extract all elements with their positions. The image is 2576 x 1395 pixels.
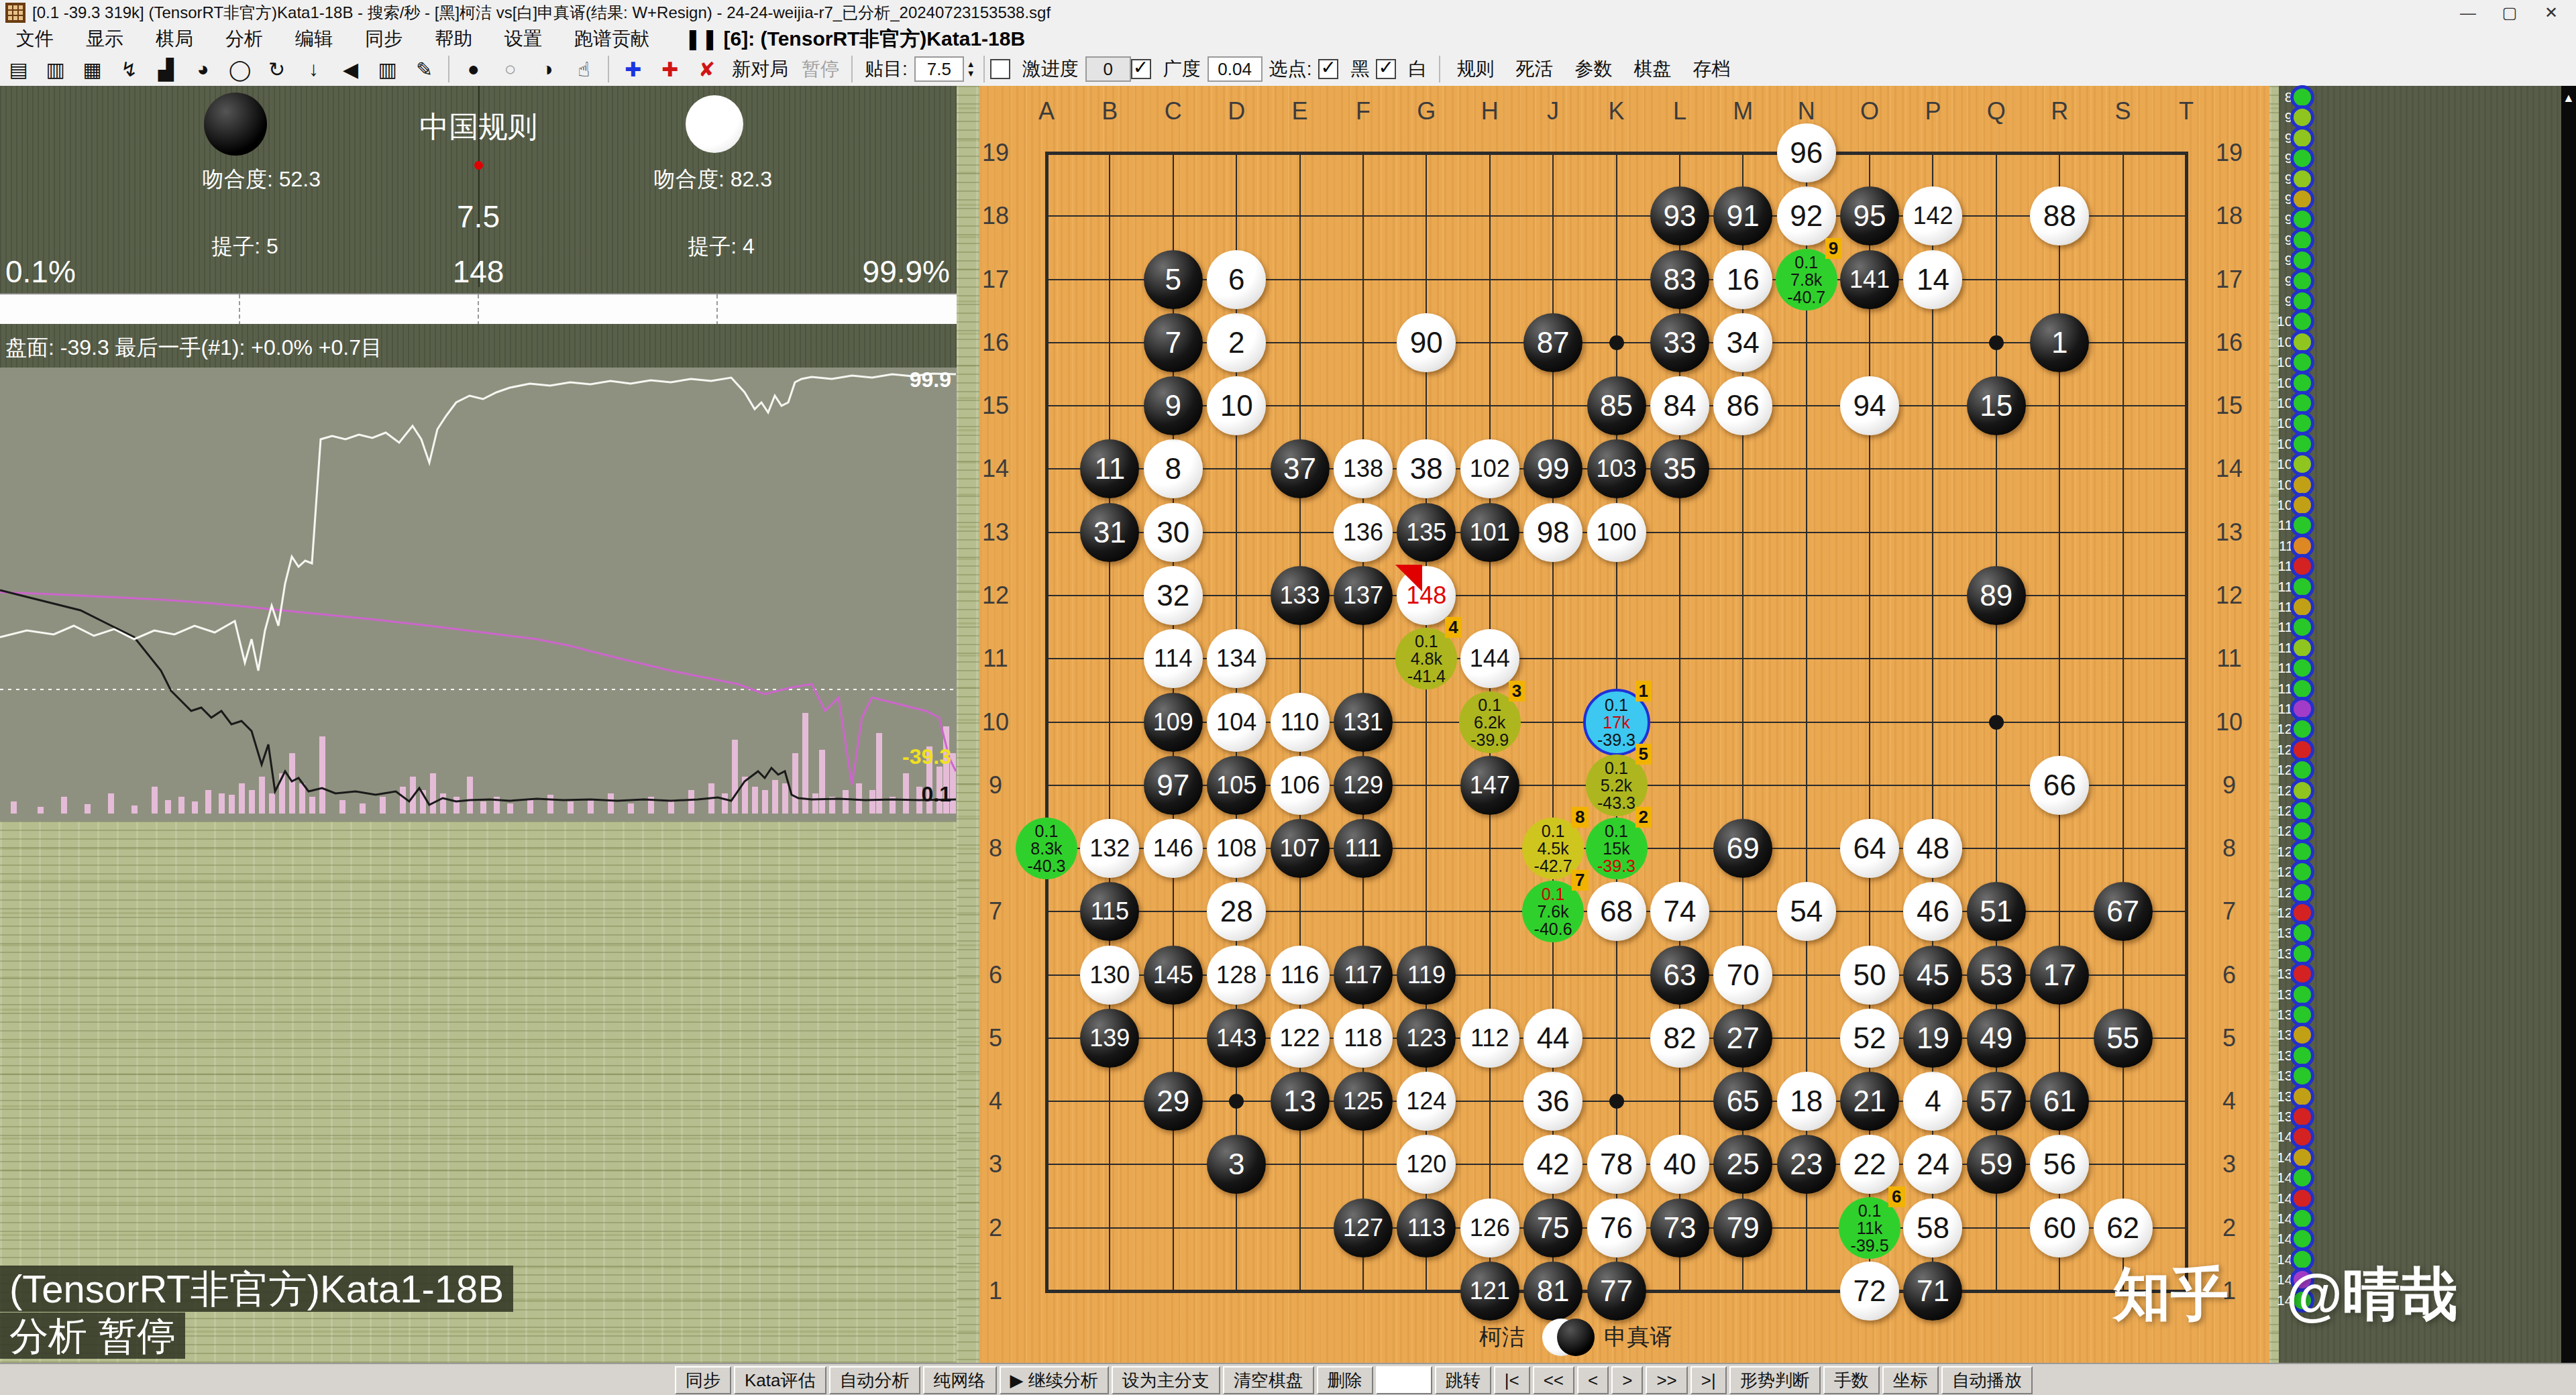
black-stone: 29: [1144, 1072, 1203, 1131]
hint-black-checkbox[interactable]: [1318, 59, 1338, 79]
black-stone: 25: [1713, 1135, 1772, 1194]
move-number: 104: [1216, 708, 1256, 736]
move-number: 52: [1854, 1021, 1886, 1055]
candidate-rank-tag: 2: [1635, 807, 1652, 828]
stone-shaded-icon[interactable]: ◕: [184, 58, 221, 80]
move-number: 105: [1216, 771, 1256, 799]
black-stone: 99: [1523, 439, 1582, 498]
move-number: 102: [1470, 455, 1510, 483]
move-number: 126: [1470, 1214, 1510, 1242]
current-move-number: 148: [453, 254, 504, 290]
white-stone: 18: [1777, 1072, 1836, 1131]
new-file-icon[interactable]: ▤: [0, 58, 37, 81]
scroll-up-icon[interactable]: ▲: [2561, 91, 2576, 105]
candidate-stat: 0.1: [1858, 1202, 1882, 1219]
move-number: 143: [1216, 1024, 1256, 1052]
move-number: 117: [1344, 961, 1382, 989]
row-label-left: 16: [982, 329, 1009, 357]
move-number: 72: [1854, 1274, 1886, 1308]
move-number: 86: [1727, 389, 1760, 423]
candidate-stat: 0.1: [1794, 254, 1818, 271]
white-stone: 36: [1523, 1072, 1582, 1131]
black-stone: 77: [1587, 1262, 1646, 1321]
grid-line: [2123, 152, 2124, 1293]
pause-button[interactable]: 暂停: [802, 56, 839, 82]
blue-cross-icon[interactable]: ✚: [614, 58, 651, 81]
black-stone: 73: [1650, 1198, 1709, 1258]
black-stone: 33: [1650, 313, 1709, 372]
rules-title: 中国规则: [419, 107, 537, 147]
watermark-author: @晴哉: [2286, 1255, 2458, 1334]
move-number: 99: [1537, 452, 1570, 486]
grid-line: [2185, 152, 2188, 1293]
move-number: 136: [1343, 518, 1383, 547]
move-number: 32: [1157, 579, 1189, 612]
row-label-left: 17: [982, 266, 1009, 294]
white-stone: 98: [1523, 503, 1582, 562]
row-label-left: 13: [982, 518, 1009, 547]
move-number: 22: [1854, 1148, 1886, 1181]
move-number: 29: [1157, 1084, 1189, 1118]
half-stone-icon[interactable]: ◑: [529, 58, 566, 80]
black-stone: 129: [1334, 756, 1393, 815]
row-label-left: 10: [982, 708, 1009, 736]
white-stone: 64: [1840, 819, 1899, 878]
black-stone: 57: [1967, 1072, 2026, 1131]
candidate-stat: -42.7: [1534, 857, 1572, 875]
candidate-stat: -39.3: [1597, 731, 1635, 748]
tree-right-strip: ▲: [2561, 86, 2576, 1395]
candidate-stat: -39.3: [1597, 857, 1635, 875]
menu-item-显示[interactable]: 显示: [70, 28, 140, 49]
black-stone: 67: [2094, 882, 2153, 941]
app-icon: [5, 3, 25, 23]
move-number: 28: [1220, 895, 1253, 928]
row-label-right: 6: [2222, 961, 2236, 989]
window-controls: — ▢ ✕: [2447, 0, 2572, 25]
white-stone: 78: [1587, 1135, 1646, 1194]
row-label-left: 12: [982, 581, 1009, 610]
column-label: M: [1733, 97, 1753, 125]
black-stone: 131: [1334, 693, 1393, 752]
candidate-stat: 8.3k: [1030, 840, 1062, 857]
move-number: 115: [1091, 897, 1129, 926]
move-number: 50: [1854, 958, 1886, 992]
white-player-name: 申真谞: [1604, 1322, 1672, 1353]
toolbar-link-规则[interactable]: 规则: [1456, 56, 1494, 82]
menu-item-设置[interactable]: 设置: [488, 28, 558, 49]
move-number: 100: [1596, 518, 1636, 547]
black-stone: 111: [1334, 819, 1393, 878]
row-label-right: 15: [2216, 392, 2243, 420]
white-stone: 60: [2030, 1198, 2089, 1258]
move-number: 3: [1228, 1148, 1244, 1181]
move-number: 56: [2043, 1148, 2076, 1181]
bottom-button-<[interactable]: <: [1577, 1366, 1609, 1394]
move-number: 103: [1596, 455, 1636, 483]
candidate-stat: 7.6k: [1537, 903, 1568, 920]
panel-gap-texture: [957, 86, 979, 1395]
winrate-graph[interactable]: 99.9 -39.3 0.1: [0, 368, 957, 822]
breadth-input[interactable]: 0.04: [1207, 56, 1263, 82]
move-number: 59: [1980, 1148, 2012, 1181]
white-stone: 102: [1460, 439, 1519, 498]
toolbar-link-参数[interactable]: 参数: [1574, 56, 1612, 82]
black-stone: 17: [2030, 946, 2089, 1005]
move-number: 96: [1790, 136, 1823, 170]
menu-item-跑谱贡献[interactable]: 跑谱贡献: [558, 28, 665, 49]
move-number: 106: [1280, 771, 1320, 799]
move-number: 25: [1727, 1148, 1760, 1181]
black-stone: 13: [1271, 1072, 1330, 1131]
move-slider[interactable]: [0, 293, 957, 325]
maximize-button[interactable]: ▢: [2489, 0, 2530, 25]
black-stone: 45: [1903, 946, 1962, 1005]
move-number: 36: [1537, 1084, 1570, 1118]
black-stone: 1: [2030, 313, 2089, 372]
move-number: 67: [2106, 895, 2139, 928]
move-number: 87: [1537, 326, 1570, 359]
white-stone: 110: [1271, 693, 1330, 752]
move-number: 146: [1153, 834, 1193, 862]
row-label-right: 11: [2216, 645, 2241, 673]
breadth-checkbox[interactable]: [1131, 59, 1151, 79]
move-number: 14: [1917, 263, 1949, 296]
menu-item-同步[interactable]: 同步: [349, 28, 419, 49]
white-stone: 58: [1903, 1198, 1962, 1258]
red-x-icon[interactable]: ✘: [688, 58, 725, 81]
row-label-left: 1: [989, 1277, 1002, 1305]
jump-move-input[interactable]: [1376, 1366, 1432, 1394]
black-stone: 97: [1144, 756, 1203, 815]
black-stone: 37: [1271, 439, 1330, 498]
black-stone: 89: [1967, 566, 2026, 625]
menu-item-编辑[interactable]: 编辑: [279, 28, 349, 49]
column-label: C: [1165, 97, 1182, 125]
row-label-right: 19: [2216, 139, 2243, 167]
bottom-button-坐标[interactable]: 坐标: [1882, 1366, 1939, 1394]
move-number: 58: [1917, 1211, 1949, 1245]
white-stone: 68: [1587, 882, 1646, 941]
bottom-button-▶ 继续分析[interactable]: ▶ 继续分析: [1000, 1366, 1109, 1394]
white-winrate: 99.9%: [863, 254, 950, 290]
bottom-button-跳转[interactable]: 跳转: [1435, 1366, 1491, 1394]
row-label-right: 10: [2216, 708, 2243, 736]
column-label: E: [1292, 97, 1308, 125]
bottom-button-设为主分支[interactable]: 设为主分支: [1112, 1366, 1220, 1394]
column-label: G: [1417, 97, 1436, 125]
column-label: T: [2179, 97, 2194, 125]
candidate-stat: 15k: [1603, 840, 1629, 857]
move-number: 42: [1537, 1148, 1570, 1181]
chart-icon[interactable]: ▟: [148, 58, 184, 81]
move-number: 95: [1854, 199, 1886, 233]
white-stone: 128: [1207, 946, 1266, 1005]
move-number: 5: [1165, 263, 1181, 296]
hint-white-checkbox[interactable]: [1376, 59, 1396, 79]
row-label-left: 5: [989, 1024, 1002, 1052]
bottom-button-自动播放[interactable]: 自动播放: [1941, 1366, 2033, 1394]
candidate-stat: 0.1: [1478, 696, 1501, 714]
slider-tick: [478, 294, 479, 325]
candidate-stat: 6.2k: [1474, 714, 1505, 731]
hints-label: 选点:: [1269, 56, 1312, 82]
row-label-left: 4: [989, 1087, 1002, 1115]
move-number: 98: [1537, 516, 1570, 549]
bottom-button-清空棋盘[interactable]: 清空棋盘: [1223, 1366, 1314, 1394]
move-number: 129: [1343, 771, 1383, 799]
candidate-stat: 0.1: [1605, 759, 1628, 777]
candidate-stat: 0.1: [1605, 696, 1628, 714]
move-number: 132: [1089, 834, 1130, 862]
column-label: K: [1608, 97, 1624, 125]
white-stone: 8: [1144, 439, 1203, 498]
candidate-rank-tag: 6: [1888, 1186, 1904, 1207]
bottom-button-形势判断[interactable]: 形势判断: [1729, 1366, 1821, 1394]
black-winrate: 0.1%: [5, 254, 76, 290]
bottom-button->>[interactable]: >>: [1646, 1366, 1687, 1394]
undo-icon[interactable]: ◀: [332, 58, 369, 81]
move-number: 113: [1407, 1214, 1446, 1242]
column-label: H: [1481, 97, 1499, 125]
move-number: 139: [1089, 1024, 1130, 1052]
move-number: 77: [1600, 1274, 1633, 1308]
move-number: 92: [1790, 199, 1823, 233]
minimize-button[interactable]: —: [2447, 0, 2489, 25]
toolbar-link-死活[interactable]: 死活: [1515, 56, 1553, 82]
candidate-rank-tag: 5: [1635, 744, 1652, 765]
black-stone: 105: [1207, 756, 1266, 815]
row-label-right: 3: [2222, 1150, 2236, 1178]
move-number: 34: [1727, 326, 1760, 359]
bottom-button-纯网络[interactable]: 纯网络: [923, 1366, 997, 1394]
sliders-icon[interactable]: ▥: [369, 58, 406, 81]
white-stone: 92: [1777, 186, 1836, 245]
bottom-button-<<[interactable]: <<: [1533, 1366, 1574, 1394]
move-number: 69: [1727, 832, 1760, 865]
white-stone: 100: [1587, 503, 1646, 562]
move-number: 64: [1854, 832, 1886, 865]
pencil-icon[interactable]: ✎: [406, 58, 443, 81]
black-stone: 15: [1967, 376, 2026, 435]
white-stone: 94: [1840, 376, 1899, 435]
white-stone: 66: [2030, 756, 2089, 815]
white-stone: 28: [1207, 882, 1266, 941]
white-stone: 2: [1207, 313, 1266, 372]
white-stone: 136: [1334, 503, 1393, 562]
black-indicator-stone: [1557, 1319, 1595, 1356]
move-number: 109: [1153, 708, 1193, 736]
move-number: 27: [1727, 1021, 1760, 1055]
star-point: [1609, 1094, 1624, 1109]
save-icon[interactable]: ▦: [74, 58, 111, 81]
toolbar-link-存档[interactable]: 存档: [1693, 56, 1730, 82]
row-label-left: 11: [983, 645, 1008, 673]
go-board[interactable]: A1919B1818C1717D1616E1515F1414G1313H1212…: [979, 86, 2274, 1395]
black-stone: 63: [1650, 946, 1709, 1005]
candidate-rank-tag: 1: [1635, 681, 1652, 702]
black-stone: 141: [1840, 250, 1899, 309]
white-stone: 10: [1207, 376, 1266, 435]
move-number: 111: [1345, 834, 1382, 862]
bottom-button-同步[interactable]: 同步: [675, 1366, 731, 1394]
move-number: 137: [1343, 581, 1383, 610]
move-number: 53: [1980, 958, 2012, 992]
black-stone: 83: [1650, 250, 1709, 309]
lightning-icon[interactable]: ↯: [111, 58, 148, 81]
move-number: 33: [1663, 326, 1696, 359]
move-number: 51: [1980, 895, 2012, 928]
move-number: 71: [1917, 1274, 1949, 1308]
graph-label-bottom: 0.1: [922, 782, 951, 807]
bottom-button->|[interactable]: >|: [1690, 1366, 1727, 1394]
move-number: 49: [1980, 1021, 2012, 1055]
candidate-rank-tag: 8: [1572, 807, 1588, 828]
aggression-input[interactable]: 0: [1085, 56, 1131, 82]
window-title: [0.1 -39.3 319k] (TensorRT非官方)Kata1-18B …: [32, 2, 1051, 23]
move-number: 119: [1407, 961, 1446, 989]
black-stone: 81: [1523, 1262, 1582, 1321]
engine-name-big: (TensorRT非官方)Kata1-18B: [0, 1266, 513, 1312]
white-player-stone: [686, 95, 743, 153]
column-label: Q: [1987, 97, 2006, 125]
move-number: 110: [1281, 708, 1319, 736]
move-number: 144: [1470, 645, 1510, 673]
menu-item-棋局[interactable]: 棋局: [140, 28, 209, 49]
open-folder-icon[interactable]: ▥: [37, 58, 74, 81]
rotate-icon[interactable]: ↻: [258, 58, 295, 81]
move-number: 63: [1663, 958, 1696, 992]
column-label: R: [2051, 97, 2068, 125]
candidate-stat: 4.8k: [1411, 650, 1442, 667]
bottom-button-自动分析[interactable]: 自动分析: [829, 1366, 920, 1394]
move-number: 10: [1220, 389, 1253, 423]
komi-spinner[interactable]: ▲ ▼: [967, 60, 975, 78]
white-stone: 126: [1460, 1198, 1519, 1258]
black-stone: 121: [1460, 1262, 1519, 1321]
black-stone: 115: [1080, 882, 1139, 941]
toolbar-link-棋盘[interactable]: 棋盘: [1633, 56, 1671, 82]
white-stone: 138: [1334, 439, 1393, 498]
white-stone: 146: [1144, 819, 1203, 878]
candidate-stat: 0.1: [1035, 822, 1059, 840]
move-number: 44: [1537, 1021, 1570, 1055]
black-stone: 71: [1903, 1262, 1962, 1321]
bottom-button-手数[interactable]: 手数: [1823, 1366, 1880, 1394]
move-number: 61: [2043, 1084, 2076, 1118]
move-number: 17: [2043, 958, 2076, 992]
watermark-zhihu: 知乎: [2113, 1255, 2229, 1334]
white-stone: 118: [1334, 1009, 1393, 1068]
menu-item-分析[interactable]: 分析: [209, 28, 279, 49]
candidate-rank-tag: 4: [1445, 617, 1461, 638]
column-label: A: [1038, 97, 1055, 125]
black-stone: 147: [1460, 756, 1519, 815]
move-number: 23: [1790, 1148, 1823, 1181]
row-label-left: 7: [989, 897, 1002, 926]
black-stone: 109: [1144, 693, 1203, 752]
bottom-button->[interactable]: >: [1611, 1366, 1643, 1394]
move-number: 125: [1343, 1087, 1383, 1115]
red-cross-icon[interactable]: ✚: [651, 58, 688, 81]
menu-item-文件[interactable]: 文件: [0, 28, 70, 49]
candidate-stat: 5.2k: [1601, 777, 1632, 794]
toolbar: ▤▥▦↯▟◕◯↻↓◀▥✎●○◑☝✚✚✘新对局暂停贴目:7.5▲ ▼激进度0广度0…: [0, 52, 2576, 87]
white-stone: 62: [2094, 1198, 2153, 1258]
analysis-state-big: 分析 暂停: [0, 1313, 185, 1359]
analysis-candidate-A8[interactable]: 0.18.3k-40.3: [1016, 818, 1077, 879]
black-stone-icon[interactable]: ●: [455, 58, 492, 80]
close-button[interactable]: ✕: [2530, 0, 2572, 25]
black-stone: 7: [1144, 313, 1203, 372]
white-captures: 提子: 4: [688, 232, 755, 262]
white-stone: 56: [2030, 1135, 2089, 1194]
hint-black-label: 黑: [1350, 56, 1369, 82]
white-stone: 4: [1903, 1072, 1962, 1131]
aggression-label: 激进度: [1022, 56, 1079, 82]
candidate-stat: -40.6: [1534, 920, 1572, 938]
white-stone: 142: [1903, 186, 1962, 245]
move-number: 94: [1854, 389, 1886, 423]
candidate-stat: 7.8k: [1790, 271, 1822, 288]
row-label-left: 18: [982, 202, 1009, 230]
black-stone: 137: [1334, 566, 1393, 625]
move-number: 114: [1154, 645, 1192, 673]
move-number: 108: [1216, 834, 1256, 862]
move-number: 97: [1157, 769, 1189, 802]
white-stone: 88: [2030, 186, 2089, 245]
row-label-right: 12: [2216, 581, 2243, 610]
white-stone: 130: [1080, 946, 1139, 1005]
black-stone: 49: [1967, 1009, 2026, 1068]
hand-icon[interactable]: ☝: [566, 58, 602, 81]
graph-label-top: 99.9: [910, 368, 951, 392]
white-match-rate: 吻合度: 82.3: [654, 165, 772, 194]
new-game-button[interactable]: 新对局: [732, 56, 788, 82]
candidate-stat: -43.3: [1597, 794, 1635, 812]
white-stone-icon[interactable]: ○: [492, 58, 529, 80]
bottom-button-Kata评估[interactable]: Kata评估: [734, 1366, 826, 1394]
players-bar: 柯洁 申真谞: [1479, 1319, 1672, 1356]
menu-item-帮助[interactable]: 帮助: [419, 28, 488, 49]
white-stone: 54: [1777, 882, 1836, 941]
black-stone: 123: [1397, 1009, 1456, 1068]
bottom-button-删除[interactable]: 删除: [1317, 1366, 1373, 1394]
move-number: 85: [1600, 389, 1633, 423]
move-tree-panel[interactable]: 8990919293949596979899100101102103104105…: [2279, 86, 2561, 1395]
aggression-checkbox[interactable]: [990, 59, 1010, 79]
bottom-button-|<[interactable]: |<: [1494, 1366, 1530, 1394]
circle-outline-icon[interactable]: ◯: [221, 58, 258, 81]
move-number: 16: [1727, 263, 1760, 296]
move-number: 82: [1663, 1021, 1696, 1055]
move-number: 40: [1663, 1148, 1696, 1181]
move-number: 112: [1470, 1024, 1509, 1052]
black-player-name: 柯洁: [1479, 1322, 1525, 1353]
black-stone: 21: [1840, 1072, 1899, 1131]
move-number: 31: [1093, 516, 1126, 549]
black-stone: 145: [1144, 946, 1203, 1005]
komi-input[interactable]: 7.5: [914, 56, 964, 82]
move-number: 93: [1663, 199, 1696, 233]
move-number: 57: [1980, 1084, 2012, 1118]
move-number: 145: [1153, 961, 1193, 989]
white-stone: 30: [1144, 503, 1203, 562]
move-number: 24: [1917, 1148, 1949, 1181]
candidate-stat: 0.1: [1605, 822, 1628, 840]
down-arrow-icon[interactable]: ↓: [295, 58, 332, 80]
move-number: 46: [1917, 895, 1949, 928]
